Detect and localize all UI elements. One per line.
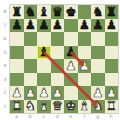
piece-black-pawn[interactable]: ♟ — [10, 19, 24, 33]
square-a5[interactable] — [10, 46, 24, 60]
file-label-g: g — [91, 113, 105, 120]
square-c3[interactable] — [37, 73, 51, 87]
square-e3[interactable] — [64, 73, 78, 87]
piece-black-bishop[interactable]: ♝ — [37, 46, 51, 60]
square-g7[interactable]: ♟ — [91, 19, 105, 33]
square-b5[interactable] — [24, 46, 38, 60]
square-f3[interactable] — [78, 73, 92, 87]
square-e7[interactable] — [64, 19, 78, 33]
piece-black-pawn[interactable]: ♟ — [24, 19, 38, 33]
piece-black-pawn[interactable]: ♟ — [37, 19, 51, 33]
square-a7[interactable]: ♟ — [10, 19, 24, 33]
square-g4[interactable] — [91, 59, 105, 73]
square-f1[interactable]: ♝ — [78, 100, 92, 114]
rank-label-5: 5 — [1, 46, 9, 60]
piece-black-pawn[interactable]: ♟ — [78, 19, 92, 33]
square-a6[interactable] — [10, 32, 24, 46]
square-h5[interactable] — [105, 46, 119, 60]
square-e8[interactable]: ♚ — [64, 5, 78, 19]
rank-label-4: 4 — [1, 59, 9, 73]
square-c1[interactable]: ♝ — [37, 100, 51, 114]
square-h7[interactable]: ♟ — [105, 19, 119, 33]
square-e4[interactable]: ♟ — [64, 59, 78, 73]
piece-black-pawn[interactable]: ♟ — [91, 19, 105, 33]
file-label-h: h — [105, 113, 119, 120]
piece-white-pawn[interactable]: ♟ — [78, 59, 92, 73]
square-g6[interactable] — [91, 32, 105, 46]
square-g3[interactable] — [91, 73, 105, 87]
square-c4[interactable] — [37, 59, 51, 73]
square-b1[interactable]: ♞ — [24, 100, 38, 114]
rank-label-3: 3 — [1, 73, 9, 87]
square-b3[interactable] — [24, 73, 38, 87]
square-d5[interactable] — [51, 46, 65, 60]
piece-white-bishop[interactable]: ♝ — [37, 100, 51, 114]
file-label-d: d — [51, 113, 65, 120]
square-f6[interactable] — [78, 32, 92, 46]
square-h3[interactable] — [105, 73, 119, 87]
chess-board: ♜♞♝♛♚♞♜♟♟♟♟♟♟♟♝♟♟♟♟♟♟♟♟♟♜♞♝♛♚♝♞♜ — [10, 5, 118, 113]
square-a1[interactable]: ♜ — [10, 100, 24, 114]
rank-label-7: 7 — [1, 19, 9, 33]
square-d1[interactable]: ♛ — [51, 100, 65, 114]
piece-white-knight[interactable]: ♞ — [24, 100, 38, 114]
square-b7[interactable]: ♟ — [24, 19, 38, 33]
square-g5[interactable] — [91, 46, 105, 60]
file-label-f: f — [78, 113, 92, 120]
square-b4[interactable] — [24, 59, 38, 73]
square-f7[interactable]: ♟ — [78, 19, 92, 33]
piece-white-king[interactable]: ♚ — [64, 100, 78, 114]
square-d4[interactable] — [51, 59, 65, 73]
rank-label-2: 2 — [1, 86, 9, 100]
square-e5[interactable]: ♟ — [64, 46, 78, 60]
rank-label-8: 8 — [1, 5, 9, 19]
rank-label-1: 1 — [1, 100, 9, 114]
square-h4[interactable] — [105, 59, 119, 73]
file-label-b: b — [24, 113, 38, 120]
square-e1[interactable]: ♚ — [64, 100, 78, 114]
rank-label-6: 6 — [1, 32, 9, 46]
file-label-c: c — [37, 113, 51, 120]
piece-white-bishop[interactable]: ♝ — [78, 100, 92, 114]
piece-black-king[interactable]: ♚ — [64, 5, 78, 19]
piece-black-pawn[interactable]: ♟ — [64, 46, 78, 60]
piece-white-queen[interactable]: ♛ — [51, 100, 65, 114]
square-c5[interactable]: ♝ — [37, 46, 51, 60]
square-c7[interactable]: ♟ — [37, 19, 51, 33]
square-d3[interactable] — [51, 73, 65, 87]
square-b6[interactable] — [24, 32, 38, 46]
square-h1[interactable]: ♜ — [105, 100, 119, 114]
square-h6[interactable] — [105, 32, 119, 46]
piece-black-pawn[interactable]: ♟ — [51, 19, 65, 33]
piece-white-rook[interactable]: ♜ — [10, 100, 24, 114]
square-g1[interactable]: ♞ — [91, 100, 105, 114]
square-a3[interactable] — [10, 73, 24, 87]
square-f5[interactable] — [78, 46, 92, 60]
square-d7[interactable]: ♟ — [51, 19, 65, 33]
piece-white-knight[interactable]: ♞ — [91, 100, 105, 114]
piece-black-pawn[interactable]: ♟ — [105, 19, 119, 33]
file-label-e: e — [64, 113, 78, 120]
file-label-a: a — [10, 113, 24, 120]
piece-white-rook[interactable]: ♜ — [105, 100, 119, 114]
square-a4[interactable] — [10, 59, 24, 73]
square-d6[interactable] — [51, 32, 65, 46]
piece-white-pawn[interactable]: ♟ — [64, 59, 78, 73]
square-f4[interactable]: ♟ — [78, 59, 92, 73]
